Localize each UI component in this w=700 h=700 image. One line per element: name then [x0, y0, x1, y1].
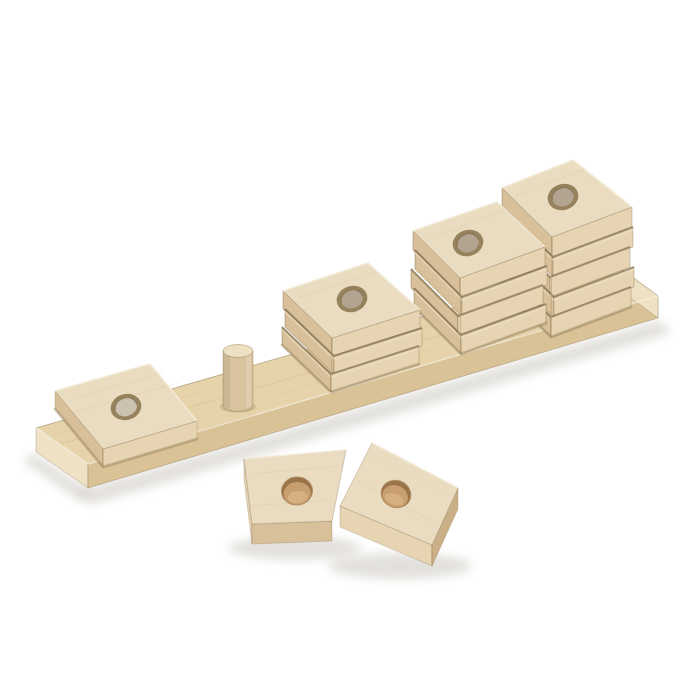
peg-station-2 — [220, 345, 256, 413]
toy-scene — [0, 0, 700, 700]
product-photo — [0, 0, 700, 700]
loose-block-left — [244, 450, 346, 544]
